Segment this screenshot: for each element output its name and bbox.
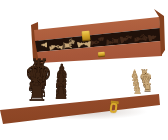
brass-keeper-icon <box>98 52 105 58</box>
board-square <box>104 74 118 77</box>
brass-latch-icon <box>81 31 90 42</box>
chess-piece: ♟ <box>54 65 68 81</box>
board-square <box>118 80 130 83</box>
inlay-dot <box>15 74 19 75</box>
chess-piece: ♟ <box>132 80 140 89</box>
chess-piece: ♝ <box>141 77 152 90</box>
board-square <box>141 82 151 85</box>
board-square <box>142 91 152 94</box>
chess-piece: ♟ <box>54 72 69 88</box>
board-square <box>141 86 151 89</box>
inlay-dot <box>14 82 18 83</box>
board-square <box>104 77 118 80</box>
board-square <box>72 77 90 80</box>
chess-piece: ♝ <box>140 70 151 82</box>
chess-piece: ♜ <box>143 83 153 94</box>
board-square <box>106 90 120 94</box>
board-square <box>89 74 104 77</box>
board-square <box>50 83 71 87</box>
board-square <box>26 80 51 84</box>
board-square <box>132 91 143 94</box>
board-square <box>105 85 119 88</box>
board-square <box>117 75 129 78</box>
chess-piece: ♟ <box>54 68 69 84</box>
board-square <box>51 74 72 77</box>
chess-piece: ♝ <box>25 69 51 98</box>
board-square <box>26 77 51 81</box>
chess-piece: ♟ <box>132 78 140 87</box>
inlay-dot <box>60 72 63 73</box>
board-square <box>118 82 130 85</box>
board-square <box>140 80 150 82</box>
board-square <box>89 80 105 83</box>
board-square <box>72 86 90 90</box>
chess-set-product-photo: ♟♞♝♜♛♟♟♝♞♟♜♟♝♞♛♟ ♜♟♟♜♞♟♟♞♝♟♟♝♚♟♛♟♟♚♝♟♟♞♛… <box>0 0 168 140</box>
chess-piece: ♚ <box>139 71 152 86</box>
board-square <box>25 84 50 88</box>
chess-piece: ♛ <box>140 73 153 87</box>
board-square <box>90 88 106 92</box>
board-square <box>51 77 72 80</box>
inlay-dot <box>38 72 41 73</box>
board-square <box>89 83 105 86</box>
board-square <box>129 77 140 79</box>
board-square <box>119 87 131 90</box>
board-square <box>142 88 152 91</box>
board-square <box>72 74 90 77</box>
inlay-dot <box>13 86 17 87</box>
chess-piece: ♚ <box>24 58 53 91</box>
board-square <box>119 90 131 93</box>
chess-piece: ♛ <box>24 62 53 94</box>
chess-piece: ♟ <box>54 78 69 95</box>
chess-piece: ♟ <box>55 62 69 78</box>
board-square <box>90 91 106 95</box>
chess-piece: ♟ <box>130 69 138 78</box>
chess-piece: ♟ <box>54 75 69 92</box>
board-square <box>89 77 104 80</box>
board-square <box>72 83 90 87</box>
board-square <box>118 77 130 80</box>
chess-piece: ♞ <box>142 80 153 92</box>
board-square <box>131 87 142 90</box>
board-square <box>130 82 141 85</box>
clasp-ring <box>109 102 117 113</box>
board-square <box>130 84 141 87</box>
chess-piece: ♟ <box>131 73 139 82</box>
chess-piece: ♟ <box>132 76 140 85</box>
brass-clasp-icon <box>108 100 121 116</box>
board-square <box>131 89 142 92</box>
board-square <box>50 87 71 91</box>
board-square <box>25 87 51 92</box>
board-square <box>105 80 119 83</box>
board-square <box>129 75 140 77</box>
board-square <box>50 90 72 95</box>
chess-piece: ♟ <box>131 71 139 80</box>
chess-piece: ♟ <box>133 83 142 93</box>
board-square <box>141 84 151 87</box>
chess-piece: ♟ <box>133 85 142 95</box>
board-square <box>72 80 90 83</box>
board-square <box>119 85 131 88</box>
inlay-dot <box>15 78 19 79</box>
board-square <box>130 80 141 82</box>
chess-piece: ♝ <box>26 59 51 87</box>
board-square <box>27 73 52 77</box>
board-square <box>51 80 72 84</box>
board-square <box>140 77 150 79</box>
board-square <box>90 85 106 89</box>
chess-piece: ♞ <box>139 69 150 81</box>
board-square <box>139 75 149 77</box>
inlay-dot <box>13 90 17 91</box>
chess-piece: ♜ <box>140 68 149 78</box>
board-square <box>105 82 119 85</box>
board-square <box>72 89 90 93</box>
inlay-dot <box>12 94 16 95</box>
board-square <box>105 88 119 92</box>
